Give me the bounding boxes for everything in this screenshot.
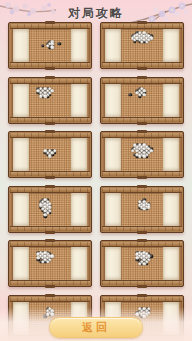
go-board <box>121 84 163 117</box>
paper-panel-left <box>105 84 121 117</box>
frame-rail-bottom <box>102 117 182 122</box>
boards-grid <box>8 22 184 341</box>
paper-panel-left <box>13 84 29 117</box>
white-stone <box>51 89 54 92</box>
go-board <box>29 29 71 62</box>
go-board <box>121 138 163 171</box>
board-scroll <box>10 138 90 171</box>
frame-rail-right <box>87 138 90 171</box>
board-thumbnail[interactable] <box>8 22 92 69</box>
paper-panel-left <box>13 138 29 171</box>
go-board <box>121 193 163 226</box>
paper-panel-right <box>163 29 179 62</box>
board-scroll <box>10 84 90 117</box>
white-stone <box>150 149 153 152</box>
paper-panel-right <box>163 193 179 226</box>
go-board <box>121 247 163 280</box>
paper-panel-left <box>13 247 29 280</box>
board-scroll <box>10 193 90 226</box>
page-title: 对局攻略 <box>0 5 192 22</box>
frame-rail-bottom <box>10 62 90 67</box>
frame-rail-bottom <box>10 117 90 122</box>
paper-panel-right <box>71 29 87 62</box>
white-stone <box>51 313 54 316</box>
frame-rail-bottom <box>10 171 90 176</box>
white-stone <box>143 93 146 96</box>
board-thumbnail[interactable] <box>100 22 184 69</box>
board-scroll <box>102 193 182 226</box>
frame-rail-right <box>179 302 182 335</box>
white-stone <box>147 205 150 208</box>
white-stone <box>147 38 150 41</box>
board-thumbnail[interactable] <box>8 186 92 233</box>
board-scroll <box>102 29 182 62</box>
game-strategy-screen: 对局攻略 <box>0 0 192 341</box>
frame-rail-right <box>87 29 90 62</box>
paper-panel-left <box>105 247 121 280</box>
white-stone <box>48 155 51 158</box>
go-board <box>29 247 71 280</box>
frame-rail-bottom <box>102 226 182 231</box>
board-thumbnail[interactable] <box>8 131 92 178</box>
board-thumbnail[interactable] <box>100 240 184 287</box>
frame-rail-bottom <box>102 62 182 67</box>
paper-panel-left <box>13 193 29 226</box>
paper-panel-left <box>13 302 29 335</box>
paper-panel-left <box>105 138 121 171</box>
frame-rail-bottom <box>102 280 182 285</box>
paper-panel-left <box>13 29 29 62</box>
board-thumbnail[interactable] <box>100 131 184 178</box>
frame-rail-bottom <box>10 226 90 231</box>
frame-rail-right <box>87 84 90 117</box>
go-board <box>121 29 163 62</box>
back-button[interactable]: 返回 <box>49 317 143 338</box>
frame-rail-right <box>179 84 182 117</box>
frame-rail-right <box>87 193 90 226</box>
board-scroll <box>10 29 90 62</box>
frame-rail-bottom <box>102 171 182 176</box>
paper-panel-left <box>105 29 121 62</box>
go-board <box>29 84 71 117</box>
paper-panel-right <box>163 247 179 280</box>
paper-panel-left <box>105 193 121 226</box>
board-thumbnail[interactable] <box>100 186 184 233</box>
paper-panel-right <box>71 193 87 226</box>
white-stone <box>51 254 54 257</box>
white-stone <box>46 260 49 263</box>
paper-panel-right <box>71 84 87 117</box>
black-stone <box>58 42 61 45</box>
board-thumbnail[interactable] <box>100 77 184 124</box>
paper-panel-right <box>71 138 87 171</box>
paper-panel-right <box>163 302 179 335</box>
board-scroll <box>102 247 182 280</box>
frame-rail-bottom <box>10 280 90 285</box>
board-thumbnail[interactable] <box>8 240 92 287</box>
board-thumbnail[interactable] <box>8 77 92 124</box>
white-stone <box>147 311 150 314</box>
paper-panel-right <box>71 247 87 280</box>
frame-rail-right <box>179 247 182 280</box>
board-scroll <box>102 84 182 117</box>
go-board <box>29 193 71 226</box>
back-button-label: 返回 <box>82 320 110 335</box>
board-scroll <box>102 138 182 171</box>
paper-panel-right <box>163 138 179 171</box>
frame-rail-right <box>179 138 182 171</box>
white-stone <box>143 314 146 317</box>
frame-rail-right <box>179 193 182 226</box>
frame-rail-right <box>87 247 90 280</box>
go-board <box>29 138 71 171</box>
white-stone <box>51 46 54 49</box>
board-scroll <box>10 247 90 280</box>
black-stone <box>129 93 132 96</box>
frame-rail-right <box>179 29 182 62</box>
black-stone <box>41 44 44 47</box>
paper-panel-right <box>163 84 179 117</box>
